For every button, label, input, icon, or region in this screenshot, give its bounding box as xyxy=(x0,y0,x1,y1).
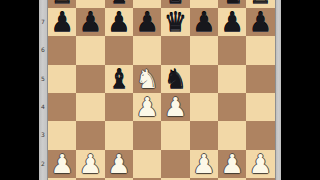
square-c4[interactable] xyxy=(105,93,133,121)
square-b5[interactable] xyxy=(76,65,104,93)
white-pawn[interactable]: ♟ xyxy=(133,93,161,121)
square-h6[interactable] xyxy=(246,36,274,64)
white-rook[interactable]: ♜ xyxy=(48,178,76,180)
square-d6[interactable] xyxy=(133,36,161,64)
square-b4[interactable] xyxy=(76,93,104,121)
square-c7[interactable]: ♟ xyxy=(105,8,133,36)
square-f7[interactable]: ♟ xyxy=(190,8,218,36)
square-f4[interactable] xyxy=(190,93,218,121)
rank-label-7: 7 xyxy=(39,8,47,36)
square-d5[interactable]: ♞ xyxy=(133,65,161,93)
white-pawn[interactable]: ♟ xyxy=(48,150,76,178)
square-b1[interactable] xyxy=(76,178,104,180)
white-pawn[interactable]: ♟ xyxy=(246,150,274,178)
white-pawn[interactable]: ♟ xyxy=(190,150,218,178)
square-e4[interactable]: ♟ xyxy=(161,93,189,121)
square-g7[interactable]: ♟ xyxy=(218,8,246,36)
black-pawn[interactable]: ♟ xyxy=(105,8,133,36)
square-f1[interactable]: ♝ xyxy=(190,178,218,180)
white-pawn[interactable]: ♟ xyxy=(218,150,246,178)
black-bishop[interactable]: ♝ xyxy=(105,65,133,93)
square-h4[interactable] xyxy=(246,93,274,121)
letterbox-left xyxy=(0,0,39,180)
chess-board: ♜♝♚♞♜♟♟♟♟♛♟♟♟♝♞♞♟♟♟♟♟♟♟♟♜♝♛♚♝♜ xyxy=(48,0,275,180)
white-rook[interactable]: ♜ xyxy=(246,178,274,180)
square-e1[interactable]: ♚ xyxy=(161,178,189,180)
square-g2[interactable]: ♟ xyxy=(218,150,246,178)
square-e3[interactable] xyxy=(161,121,189,149)
square-b3[interactable] xyxy=(76,121,104,149)
square-a7[interactable]: ♟ xyxy=(48,8,76,36)
square-g5[interactable] xyxy=(218,65,246,93)
square-b7[interactable]: ♟ xyxy=(76,8,104,36)
board-frame-rank-labels: 87654321 xyxy=(39,0,48,180)
rank-label-5: 5 xyxy=(39,65,47,93)
square-e6[interactable] xyxy=(161,36,189,64)
square-f6[interactable] xyxy=(190,36,218,64)
square-c5[interactable]: ♝ xyxy=(105,65,133,93)
white-pawn[interactable]: ♟ xyxy=(161,93,189,121)
rank-label-3: 3 xyxy=(39,121,47,149)
white-bishop[interactable]: ♝ xyxy=(105,178,133,180)
square-c2[interactable]: ♟ xyxy=(105,150,133,178)
square-d3[interactable] xyxy=(133,121,161,149)
white-king[interactable]: ♚ xyxy=(161,178,189,180)
square-a2[interactable]: ♟ xyxy=(48,150,76,178)
white-knight[interactable]: ♞ xyxy=(133,65,161,93)
square-e2[interactable] xyxy=(161,150,189,178)
square-d7[interactable]: ♟ xyxy=(133,8,161,36)
square-b2[interactable]: ♟ xyxy=(76,150,104,178)
square-h1[interactable]: ♜ xyxy=(246,178,274,180)
square-h7[interactable]: ♟ xyxy=(246,8,274,36)
board-frame-right xyxy=(275,0,281,180)
square-a6[interactable] xyxy=(48,36,76,64)
square-d2[interactable] xyxy=(133,150,161,178)
square-f2[interactable]: ♟ xyxy=(190,150,218,178)
square-a3[interactable] xyxy=(48,121,76,149)
square-g6[interactable] xyxy=(218,36,246,64)
black-queen[interactable]: ♛ xyxy=(161,8,189,36)
rank-label-2: 2 xyxy=(39,150,47,178)
square-h5[interactable] xyxy=(246,65,274,93)
square-g1[interactable] xyxy=(218,178,246,180)
square-a1[interactable]: ♜ xyxy=(48,178,76,180)
letterbox-right xyxy=(281,0,320,180)
rank-label-6: 6 xyxy=(39,36,47,64)
rank-label-8: 8 xyxy=(39,0,47,8)
square-a5[interactable] xyxy=(48,65,76,93)
square-c6[interactable] xyxy=(105,36,133,64)
white-pawn[interactable]: ♟ xyxy=(105,150,133,178)
black-pawn[interactable]: ♟ xyxy=(246,8,274,36)
square-b6[interactable] xyxy=(76,36,104,64)
black-pawn[interactable]: ♟ xyxy=(218,8,246,36)
square-f3[interactable] xyxy=(190,121,218,149)
black-pawn[interactable]: ♟ xyxy=(190,8,218,36)
square-g4[interactable] xyxy=(218,93,246,121)
square-c3[interactable] xyxy=(105,121,133,149)
black-pawn[interactable]: ♟ xyxy=(133,8,161,36)
white-queen[interactable]: ♛ xyxy=(133,178,161,180)
white-bishop[interactable]: ♝ xyxy=(190,178,218,180)
square-a4[interactable] xyxy=(48,93,76,121)
square-c1[interactable]: ♝ xyxy=(105,178,133,180)
chess-diagram-screen: 87654321 ♜♝♚♞♜♟♟♟♟♛♟♟♟♝♞♞♟♟♟♟♟♟♟♟♜♝♛♚♝♜ xyxy=(0,0,320,180)
square-e7[interactable]: ♛ xyxy=(161,8,189,36)
square-h2[interactable]: ♟ xyxy=(246,150,274,178)
rank-label-1: 1 xyxy=(39,178,47,180)
rank-label-4: 4 xyxy=(39,93,47,121)
square-d1[interactable]: ♛ xyxy=(133,178,161,180)
square-h3[interactable] xyxy=(246,121,274,149)
square-e5[interactable]: ♞ xyxy=(161,65,189,93)
black-knight[interactable]: ♞ xyxy=(161,65,189,93)
black-pawn[interactable]: ♟ xyxy=(48,8,76,36)
square-g3[interactable] xyxy=(218,121,246,149)
square-f5[interactable] xyxy=(190,65,218,93)
white-pawn[interactable]: ♟ xyxy=(76,150,104,178)
black-pawn[interactable]: ♟ xyxy=(76,8,104,36)
square-d4[interactable]: ♟ xyxy=(133,93,161,121)
